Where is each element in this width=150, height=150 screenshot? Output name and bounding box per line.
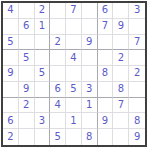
sudoku-cell-r6c2[interactable]: 9	[19, 82, 35, 98]
sudoku-cell-r2c5[interactable]	[66, 19, 82, 35]
sudoku-cell-r2c8[interactable]: 9	[113, 19, 129, 35]
sudoku-cell-r9c2[interactable]	[19, 129, 35, 145]
sudoku-cell-r2c7[interactable]: 7	[98, 19, 114, 35]
sudoku-cell-r7c3[interactable]	[35, 98, 51, 114]
sudoku-cell-r6c3[interactable]	[35, 82, 51, 98]
sudoku-cell-r3c7[interactable]	[98, 35, 114, 51]
sudoku-cell-r9c1[interactable]: 2	[3, 129, 19, 145]
sudoku-cell-r2c2[interactable]: 6	[19, 19, 35, 35]
sudoku-cell-r1c5[interactable]: 7	[66, 3, 82, 19]
sudoku-cell-r9c6[interactable]: 8	[82, 129, 98, 145]
sudoku-cell-r7c6[interactable]: 1	[82, 98, 98, 114]
sudoku-cell-r6c5[interactable]: 5	[66, 82, 82, 98]
sudoku-cell-r8c4[interactable]	[50, 113, 66, 129]
sudoku-board: 42763617952975429582965382417631982589	[1, 1, 147, 147]
sudoku-cell-r8c5[interactable]: 1	[66, 113, 82, 129]
sudoku-cell-r3c9[interactable]: 7	[129, 35, 145, 51]
sudoku-cell-r6c8[interactable]: 8	[113, 82, 129, 98]
sudoku-cell-r7c9[interactable]	[129, 98, 145, 114]
sudoku-cell-r7c4[interactable]: 4	[50, 98, 66, 114]
sudoku-cell-r1c1[interactable]: 4	[3, 3, 19, 19]
sudoku-cell-r5c2[interactable]	[19, 66, 35, 82]
sudoku-cell-r2c1[interactable]	[3, 19, 19, 35]
sudoku-cell-r3c3[interactable]	[35, 35, 51, 51]
sudoku-cell-r3c1[interactable]: 5	[3, 35, 19, 51]
sudoku-cell-r3c4[interactable]: 2	[50, 35, 66, 51]
sudoku-cell-r4c9[interactable]	[129, 50, 145, 66]
sudoku-cell-r8c6[interactable]	[82, 113, 98, 129]
sudoku-cell-r1c3[interactable]: 2	[35, 3, 51, 19]
sudoku-cell-r4c5[interactable]: 4	[66, 50, 82, 66]
sudoku-cell-r8c3[interactable]: 3	[35, 113, 51, 129]
sudoku-cell-r4c3[interactable]	[35, 50, 51, 66]
sudoku-cell-r5c4[interactable]	[50, 66, 66, 82]
sudoku-cell-r4c2[interactable]: 5	[19, 50, 35, 66]
sudoku-cell-r5c3[interactable]: 5	[35, 66, 51, 82]
sudoku-cell-r7c7[interactable]	[98, 98, 114, 114]
sudoku-cell-r3c5[interactable]	[66, 35, 82, 51]
sudoku-cell-r7c5[interactable]	[66, 98, 82, 114]
sudoku-cell-r1c9[interactable]: 3	[129, 3, 145, 19]
sudoku-cell-r8c2[interactable]	[19, 113, 35, 129]
sudoku-cell-r6c1[interactable]	[3, 82, 19, 98]
sudoku-cell-r7c8[interactable]: 7	[113, 98, 129, 114]
sudoku-cell-r4c6[interactable]	[82, 50, 98, 66]
sudoku-cell-r5c1[interactable]: 9	[3, 66, 19, 82]
sudoku-cell-r9c4[interactable]: 5	[50, 129, 66, 145]
sudoku-cell-r1c6[interactable]	[82, 3, 98, 19]
sudoku-cell-r6c4[interactable]: 6	[50, 82, 66, 98]
sudoku-cell-r3c6[interactable]: 9	[82, 35, 98, 51]
sudoku-cell-r1c7[interactable]: 6	[98, 3, 114, 19]
sudoku-cell-r4c4[interactable]	[50, 50, 66, 66]
sudoku-cell-r5c9[interactable]: 2	[129, 66, 145, 82]
sudoku-cell-r7c2[interactable]: 2	[19, 98, 35, 114]
sudoku-cell-r7c1[interactable]	[3, 98, 19, 114]
sudoku-cell-r2c6[interactable]	[82, 19, 98, 35]
sudoku-cell-r2c4[interactable]	[50, 19, 66, 35]
sudoku-cell-r4c1[interactable]	[3, 50, 19, 66]
sudoku-cell-r4c7[interactable]	[98, 50, 114, 66]
sudoku-cell-r4c8[interactable]: 2	[113, 50, 129, 66]
sudoku-cell-r1c2[interactable]	[19, 3, 35, 19]
sudoku-cell-r9c5[interactable]	[66, 129, 82, 145]
sudoku-cell-r5c6[interactable]	[82, 66, 98, 82]
sudoku-cell-r9c7[interactable]	[98, 129, 114, 145]
sudoku-cell-r6c7[interactable]	[98, 82, 114, 98]
sudoku-cell-r1c8[interactable]	[113, 3, 129, 19]
sudoku-cell-r8c7[interactable]: 9	[98, 113, 114, 129]
sudoku-cell-r9c9[interactable]: 9	[129, 129, 145, 145]
sudoku-cell-r9c8[interactable]	[113, 129, 129, 145]
sudoku-cell-r3c8[interactable]	[113, 35, 129, 51]
sudoku-cell-r3c2[interactable]	[19, 35, 35, 51]
sudoku-app: 42763617952975429582965382417631982589	[0, 0, 150, 150]
sudoku-cell-r8c9[interactable]: 8	[129, 113, 145, 129]
sudoku-cell-r5c8[interactable]	[113, 66, 129, 82]
sudoku-cell-r5c7[interactable]: 8	[98, 66, 114, 82]
sudoku-cell-r2c3[interactable]: 1	[35, 19, 51, 35]
sudoku-cell-r8c8[interactable]	[113, 113, 129, 129]
sudoku-cell-r8c1[interactable]: 6	[3, 113, 19, 129]
sudoku-cell-r1c4[interactable]	[50, 3, 66, 19]
sudoku-cell-r2c9[interactable]	[129, 19, 145, 35]
sudoku-cell-r6c6[interactable]: 3	[82, 82, 98, 98]
sudoku-cell-r5c5[interactable]	[66, 66, 82, 82]
sudoku-cell-r6c9[interactable]	[129, 82, 145, 98]
sudoku-cell-r9c3[interactable]	[35, 129, 51, 145]
